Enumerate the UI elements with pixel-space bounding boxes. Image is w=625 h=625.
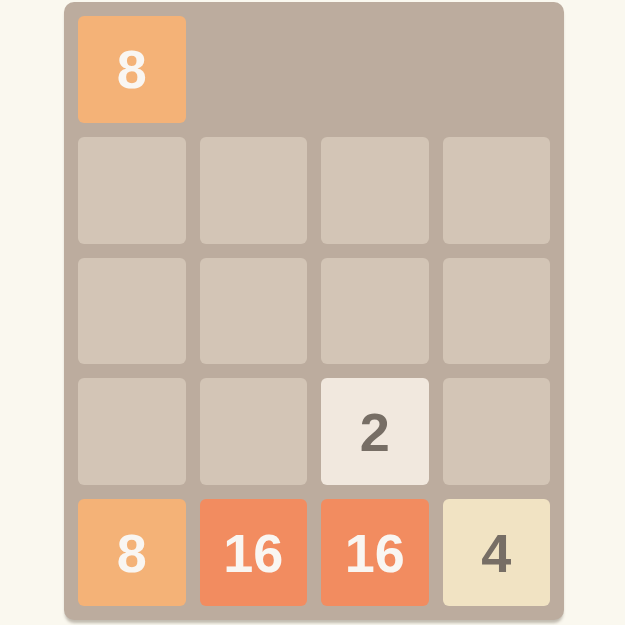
cell-r2c4 bbox=[443, 137, 551, 244]
game-board[interactable]: 8 2 8 16 16 4 bbox=[64, 2, 564, 620]
tile-8-r5c1: 8 bbox=[78, 499, 186, 606]
tile-8-r1c1: 8 bbox=[78, 16, 186, 123]
cell-r3c3 bbox=[321, 258, 429, 365]
cell-r2c3 bbox=[321, 137, 429, 244]
tile-4-r5c4: 4 bbox=[443, 499, 551, 606]
cell-r2c2 bbox=[200, 137, 308, 244]
tile-16-r5c3: 16 bbox=[321, 499, 429, 606]
cell-r1c3 bbox=[321, 16, 429, 123]
cell-r3c4 bbox=[443, 258, 551, 365]
page-background: { "game": "2048", "position": { "rows": … bbox=[0, 0, 625, 625]
cell-r4c4 bbox=[443, 378, 551, 485]
cell-r3c2 bbox=[200, 258, 308, 365]
cell-r1c4 bbox=[443, 16, 551, 123]
cell-r3c1 bbox=[78, 258, 186, 365]
tile-16-r5c2: 16 bbox=[200, 499, 308, 606]
tile-2-r4c3: 2 bbox=[321, 378, 429, 485]
cell-r4c2 bbox=[200, 378, 308, 485]
cell-r4c1 bbox=[78, 378, 186, 485]
cell-r2c1 bbox=[78, 137, 186, 244]
cell-r1c2 bbox=[200, 16, 308, 123]
